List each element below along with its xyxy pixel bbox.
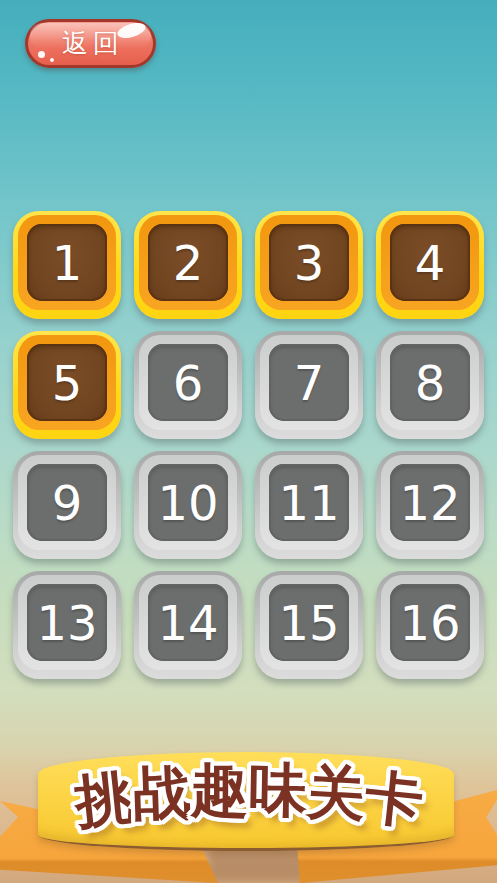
banner-title-char: 趣	[191, 756, 249, 826]
level-number: 1	[52, 239, 83, 287]
level-number: 13	[36, 599, 97, 647]
tile-face: 1	[27, 224, 107, 301]
tile-face: 3	[269, 224, 349, 301]
level-number: 7	[294, 359, 325, 407]
tile-face: 14	[148, 584, 228, 661]
back-button[interactable]: 返回	[25, 19, 156, 68]
level-grid: 12345678910111213141516	[13, 211, 484, 679]
level-tile-11[interactable]: 11	[255, 451, 363, 559]
level-tile-15[interactable]: 15	[255, 571, 363, 679]
level-tile-10[interactable]: 10	[134, 451, 242, 559]
tile-face: 15	[269, 584, 349, 661]
level-number: 16	[399, 599, 460, 647]
level-tile-14[interactable]: 14	[134, 571, 242, 679]
banner-title-char: 战	[131, 758, 191, 830]
level-tile-7[interactable]: 7	[255, 331, 363, 439]
tile-face: 10	[148, 464, 228, 541]
level-number: 5	[52, 359, 83, 407]
tile-ring: 5	[18, 335, 116, 430]
gloss-dot-small-icon	[50, 58, 54, 62]
tile-ring: 12	[381, 455, 479, 550]
tile-ring: 2	[139, 215, 237, 310]
tile-ring: 8	[381, 335, 479, 430]
level-tile-1[interactable]: 1	[13, 211, 121, 319]
level-number: 4	[415, 239, 446, 287]
tile-ring: 7	[260, 335, 358, 430]
tile-face: 2	[148, 224, 228, 301]
tile-face: 5	[27, 344, 107, 421]
level-number: 15	[278, 599, 339, 647]
tile-face: 8	[390, 344, 470, 421]
banner-title: 挑战趣味关卡	[0, 759, 497, 829]
tile-ring: 6	[139, 335, 237, 430]
tile-ring: 14	[139, 575, 237, 670]
level-number: 12	[399, 479, 460, 527]
level-tile-9[interactable]: 9	[13, 451, 121, 559]
tile-face: 6	[148, 344, 228, 421]
tile-ring: 11	[260, 455, 358, 550]
level-number: 2	[173, 239, 204, 287]
tile-ring: 4	[381, 215, 479, 310]
tile-ring: 16	[381, 575, 479, 670]
level-tile-16[interactable]: 16	[376, 571, 484, 679]
tile-face: 12	[390, 464, 470, 541]
banner-title-char: 挑	[71, 762, 136, 837]
banner-title-char: 味	[248, 755, 307, 826]
tile-ring: 13	[18, 575, 116, 670]
level-tile-2[interactable]: 2	[134, 211, 242, 319]
level-number: 11	[278, 479, 339, 527]
level-number: 9	[52, 479, 83, 527]
level-number: 3	[294, 239, 325, 287]
gloss-dot-icon	[38, 51, 45, 58]
level-number: 6	[173, 359, 204, 407]
tile-ring: 1	[18, 215, 116, 310]
tile-face: 11	[269, 464, 349, 541]
level-number: 10	[157, 479, 218, 527]
level-tile-5[interactable]: 5	[13, 331, 121, 439]
tile-face: 4	[390, 224, 470, 301]
tile-face: 13	[27, 584, 107, 661]
challenge-banner: 挑战趣味关卡	[0, 742, 497, 883]
level-tile-8[interactable]: 8	[376, 331, 484, 439]
tile-face: 9	[27, 464, 107, 541]
banner-title-char: 关	[305, 758, 367, 831]
tile-ring: 3	[260, 215, 358, 310]
level-tile-12[interactable]: 12	[376, 451, 484, 559]
tile-ring: 9	[18, 455, 116, 550]
level-number: 8	[415, 359, 446, 407]
level-number: 14	[157, 599, 218, 647]
tile-face: 16	[390, 584, 470, 661]
tile-ring: 10	[139, 455, 237, 550]
level-tile-4[interactable]: 4	[376, 211, 484, 319]
tile-ring: 15	[260, 575, 358, 670]
back-button-label: 返回	[57, 28, 124, 58]
level-tile-13[interactable]: 13	[13, 571, 121, 679]
level-select-screen: 返回 12345678910111213141516 挑战趣味关卡	[0, 0, 497, 883]
tile-face: 7	[269, 344, 349, 421]
level-tile-6[interactable]: 6	[134, 331, 242, 439]
banner-title-char: 卡	[361, 762, 426, 837]
level-tile-3[interactable]: 3	[255, 211, 363, 319]
